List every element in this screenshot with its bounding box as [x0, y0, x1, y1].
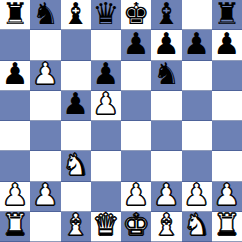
square-d1[interactable]: ♛	[91, 212, 121, 242]
square-h7[interactable]: ♟	[212, 30, 242, 60]
white-queen-icon[interactable]: ♛	[92, 210, 119, 240]
white-pawn-icon[interactable]: ♟	[123, 180, 150, 210]
black-rook-icon[interactable]: ♜	[213, 0, 240, 29]
square-b8[interactable]: ♞	[30, 0, 60, 30]
black-pawn-icon[interactable]: ♟	[123, 29, 150, 59]
black-queen-icon[interactable]: ♛	[92, 0, 119, 29]
square-c8[interactable]: ♝	[61, 0, 91, 30]
black-pawn-icon[interactable]: ♟	[213, 29, 240, 59]
white-knight-icon[interactable]: ♞	[62, 150, 89, 180]
square-e6[interactable]	[121, 61, 151, 91]
square-b4[interactable]	[30, 121, 60, 151]
black-pawn-icon[interactable]: ♟	[153, 29, 180, 59]
square-a4[interactable]	[0, 121, 30, 151]
square-g5[interactable]	[182, 91, 212, 121]
square-b1[interactable]	[30, 212, 60, 242]
white-knight-icon[interactable]: ♞	[183, 210, 210, 240]
square-h5[interactable]	[212, 91, 242, 121]
white-bishop-icon[interactable]: ♝	[62, 210, 89, 240]
square-a6[interactable]: ♟	[0, 61, 30, 91]
white-pawn-icon[interactable]: ♟	[32, 180, 59, 210]
square-a5[interactable]	[0, 91, 30, 121]
square-f6[interactable]: ♞	[151, 61, 181, 91]
white-pawn-icon[interactable]: ♟	[32, 59, 59, 89]
square-c7[interactable]	[61, 30, 91, 60]
white-pawn-icon[interactable]: ♟	[92, 89, 119, 119]
square-a8[interactable]: ♜	[0, 0, 30, 30]
white-pawn-icon[interactable]: ♟	[183, 180, 210, 210]
square-h1[interactable]: ♜	[212, 212, 242, 242]
white-pawn-icon[interactable]: ♟	[153, 180, 180, 210]
black-pawn-icon[interactable]: ♟	[62, 89, 89, 119]
white-king-icon[interactable]: ♚	[123, 210, 150, 240]
square-b2[interactable]: ♟	[30, 182, 60, 212]
white-rook-icon[interactable]: ♜	[2, 210, 29, 240]
black-bishop-icon[interactable]: ♝	[153, 0, 180, 29]
square-b6[interactable]: ♟	[30, 61, 60, 91]
square-f1[interactable]: ♝	[151, 212, 181, 242]
square-b5[interactable]	[30, 91, 60, 121]
square-d5[interactable]: ♟	[91, 91, 121, 121]
square-f4[interactable]	[151, 121, 181, 151]
square-g1[interactable]: ♞	[182, 212, 212, 242]
square-c3[interactable]: ♞	[61, 151, 91, 181]
square-d4[interactable]	[91, 121, 121, 151]
black-bishop-icon[interactable]: ♝	[62, 0, 89, 29]
square-c1[interactable]: ♝	[61, 212, 91, 242]
square-a1[interactable]: ♜	[0, 212, 30, 242]
square-f5[interactable]	[151, 91, 181, 121]
white-rook-icon[interactable]: ♜	[213, 210, 240, 240]
square-e7[interactable]: ♟	[121, 30, 151, 60]
black-pawn-icon[interactable]: ♟	[183, 29, 210, 59]
square-g4[interactable]	[182, 121, 212, 151]
black-king-icon[interactable]: ♚	[123, 0, 150, 29]
white-pawn-icon[interactable]: ♟	[213, 180, 240, 210]
square-g7[interactable]: ♟	[182, 30, 212, 60]
square-e1[interactable]: ♚	[121, 212, 151, 242]
square-h6[interactable]	[212, 61, 242, 91]
square-c5[interactable]: ♟	[61, 91, 91, 121]
black-pawn-icon[interactable]: ♟	[92, 59, 119, 89]
chess-board: ♜♞♝♛♚♝♜♟♟♟♟♟♟♟♞♟♟♞♟♟♟♟♟♟♜♝♛♚♝♞♜	[0, 0, 242, 242]
square-d3[interactable]	[91, 151, 121, 181]
black-knight-icon[interactable]: ♞	[32, 0, 59, 29]
square-h4[interactable]	[212, 121, 242, 151]
white-pawn-icon[interactable]: ♟	[2, 180, 29, 210]
square-e5[interactable]	[121, 91, 151, 121]
square-d8[interactable]: ♛	[91, 0, 121, 30]
black-rook-icon[interactable]: ♜	[2, 0, 29, 29]
black-pawn-icon[interactable]: ♟	[2, 59, 29, 89]
square-e4[interactable]	[121, 121, 151, 151]
black-knight-icon[interactable]: ♞	[153, 59, 180, 89]
square-g6[interactable]	[182, 61, 212, 91]
white-bishop-icon[interactable]: ♝	[153, 210, 180, 240]
